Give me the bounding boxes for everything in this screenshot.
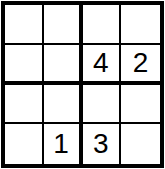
sudoku-board: 4 2 1 3 bbox=[1, 1, 164, 168]
cell-r2c4-given-2: 2 bbox=[121, 45, 160, 85]
cell-r1c2[interactable] bbox=[44, 5, 83, 45]
cell-r3c1[interactable] bbox=[5, 85, 44, 125]
cell-r3c2[interactable] bbox=[44, 85, 83, 125]
cell-r1c1[interactable] bbox=[5, 5, 44, 45]
cell-r2c3-given-4: 4 bbox=[83, 45, 122, 85]
cell-r2c1[interactable] bbox=[5, 45, 44, 85]
cell-r2c2[interactable] bbox=[44, 45, 83, 85]
cell-r3c3[interactable] bbox=[83, 85, 122, 125]
cell-r4c1[interactable] bbox=[5, 124, 44, 164]
cell-r1c4[interactable] bbox=[121, 5, 160, 45]
cell-r4c2-given-1: 1 bbox=[44, 124, 83, 164]
cell-r1c3[interactable] bbox=[83, 5, 122, 45]
cell-r4c3-given-3: 3 bbox=[83, 124, 122, 164]
cell-r4c4[interactable] bbox=[121, 124, 160, 164]
cell-r3c4[interactable] bbox=[121, 85, 160, 125]
sudoku-page: 4 2 1 3 bbox=[0, 0, 165, 169]
